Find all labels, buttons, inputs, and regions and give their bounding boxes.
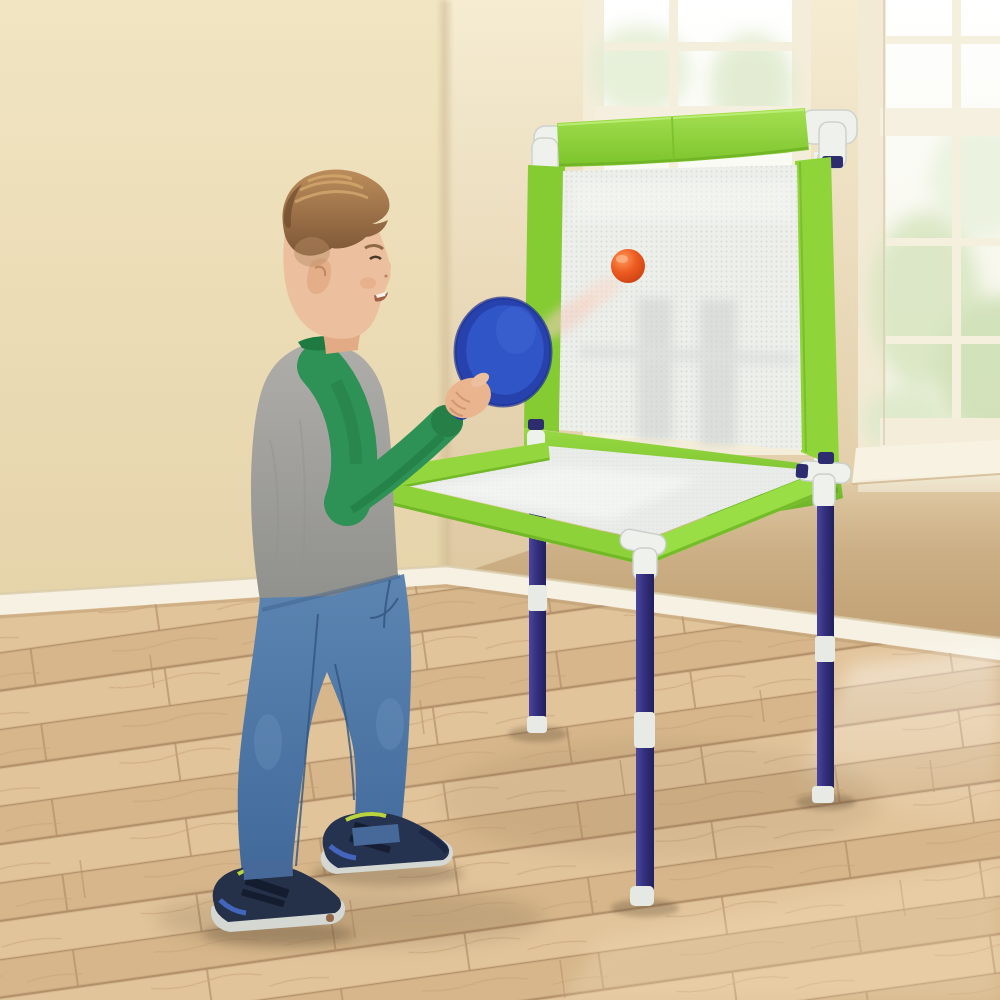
scene-svg <box>0 0 1000 1000</box>
navy-connector <box>818 452 834 464</box>
rear-leg-foot <box>527 716 547 733</box>
ping-pong-ball <box>611 249 645 283</box>
knee-highlight <box>254 714 282 770</box>
navy-connector <box>796 464 809 479</box>
window-right-muntin-h3 <box>886 336 1000 344</box>
window-right <box>852 0 1000 492</box>
front-leg-foot <box>630 886 654 906</box>
hair-fade-side <box>294 237 330 267</box>
paddle-sheen <box>496 306 536 354</box>
navy-connector <box>528 419 544 430</box>
window-muntin-horizontal <box>604 42 792 51</box>
window-right-muntin-h1 <box>886 36 1000 44</box>
window-right-muntin-vertical <box>952 0 961 445</box>
cheek <box>360 277 376 289</box>
front-leg-white-band <box>634 712 655 748</box>
window-right-muntin-h2 <box>886 238 1000 246</box>
product-photo-scene <box>0 0 1000 1000</box>
right-leg-white-band <box>815 636 835 662</box>
ball-highlight <box>616 255 628 263</box>
nostril <box>384 274 387 277</box>
knee-highlight-2 <box>376 698 404 750</box>
right-leg-foot <box>812 786 834 803</box>
window-right-meeting-rail <box>880 108 1000 136</box>
rear-leg-white-band <box>528 585 547 611</box>
gum-toe-dot <box>326 914 334 922</box>
